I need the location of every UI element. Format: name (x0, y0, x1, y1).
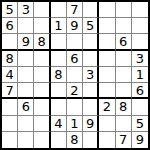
cell-r3c9[interactable] (132, 34, 148, 50)
cell-r4c2[interactable] (18, 51, 34, 67)
cell-r9c5[interactable]: 8 (67, 132, 83, 148)
cell-r3c5[interactable] (67, 34, 83, 50)
cell-r7c6[interactable] (83, 99, 99, 115)
cell-r6c6[interactable] (83, 83, 99, 99)
cell-r8c4[interactable]: 4 (51, 116, 67, 132)
cell-r7c2[interactable]: 6 (18, 99, 34, 115)
cell-r3c8[interactable]: 6 (116, 34, 132, 50)
cell-r3c4[interactable] (51, 34, 67, 50)
cell-r9c4[interactable] (51, 132, 67, 148)
cell-r6c2[interactable] (18, 83, 34, 99)
cell-r2c9[interactable] (132, 18, 148, 34)
cell-r6c8[interactable] (116, 83, 132, 99)
cell-r1c5[interactable]: 7 (67, 2, 83, 18)
cell-r2c3[interactable] (34, 18, 50, 34)
cell-r5c5[interactable] (67, 67, 83, 83)
cell-r8c8[interactable] (116, 116, 132, 132)
cell-r2c7[interactable] (99, 18, 115, 34)
cell-r1c4[interactable] (51, 2, 67, 18)
cell-r1c1[interactable]: 5 (2, 2, 18, 18)
cell-r4c3[interactable] (34, 51, 50, 67)
cell-r4c1[interactable]: 8 (2, 51, 18, 67)
cell-r4c6[interactable] (83, 51, 99, 67)
cell-r1c3[interactable] (34, 2, 50, 18)
cell-r8c9[interactable]: 5 (132, 116, 148, 132)
cell-r4c8[interactable] (116, 51, 132, 67)
cell-r9c2[interactable] (18, 132, 34, 148)
cell-r2c4[interactable]: 1 (51, 18, 67, 34)
cell-r7c9[interactable] (132, 99, 148, 115)
cell-r4c4[interactable] (51, 51, 67, 67)
cell-r4c9[interactable]: 3 (132, 51, 148, 67)
cell-r7c8[interactable]: 8 (116, 99, 132, 115)
cell-r9c9[interactable]: 9 (132, 132, 148, 148)
cell-r3c3[interactable]: 8 (34, 34, 50, 50)
cell-r7c5[interactable] (67, 99, 83, 115)
cell-r1c6[interactable] (83, 2, 99, 18)
cell-r1c7[interactable] (99, 2, 115, 18)
cell-r1c2[interactable]: 3 (18, 2, 34, 18)
cell-r3c2[interactable]: 9 (18, 34, 34, 50)
cell-r3c7[interactable] (99, 34, 115, 50)
sudoku-board: 537619598686348317266284195879 (0, 0, 150, 150)
cell-r5c2[interactable] (18, 67, 34, 83)
cell-r1c8[interactable] (116, 2, 132, 18)
cell-r2c5[interactable]: 9 (67, 18, 83, 34)
cell-r5c6[interactable]: 3 (83, 67, 99, 83)
cell-r6c3[interactable] (34, 83, 50, 99)
cell-r9c8[interactable]: 7 (116, 132, 132, 148)
cell-r8c6[interactable]: 9 (83, 116, 99, 132)
cell-r6c5[interactable]: 2 (67, 83, 83, 99)
cell-r7c7[interactable]: 2 (99, 99, 115, 115)
cell-r5c7[interactable] (99, 67, 115, 83)
cell-r6c1[interactable]: 7 (2, 83, 18, 99)
cell-r2c8[interactable] (116, 18, 132, 34)
cell-r7c4[interactable] (51, 99, 67, 115)
cell-r1c9[interactable] (132, 2, 148, 18)
cell-r9c6[interactable] (83, 132, 99, 148)
cell-r8c1[interactable] (2, 116, 18, 132)
cell-r3c6[interactable] (83, 34, 99, 50)
cell-r7c1[interactable] (2, 99, 18, 115)
cell-r5c9[interactable]: 1 (132, 67, 148, 83)
cell-r5c1[interactable]: 4 (2, 67, 18, 83)
cell-r9c3[interactable] (34, 132, 50, 148)
cell-r8c2[interactable] (18, 116, 34, 132)
cell-r2c2[interactable] (18, 18, 34, 34)
cell-r8c7[interactable] (99, 116, 115, 132)
cell-r5c4[interactable]: 8 (51, 67, 67, 83)
cell-r7c3[interactable] (34, 99, 50, 115)
cell-r5c3[interactable] (34, 67, 50, 83)
cell-r3c1[interactable] (2, 34, 18, 50)
cell-r9c7[interactable] (99, 132, 115, 148)
cell-r9c1[interactable] (2, 132, 18, 148)
cell-r2c1[interactable]: 6 (2, 18, 18, 34)
cell-r8c3[interactable] (34, 116, 50, 132)
cell-r4c7[interactable] (99, 51, 115, 67)
cell-r2c6[interactable]: 5 (83, 18, 99, 34)
cell-r6c9[interactable]: 6 (132, 83, 148, 99)
cell-r8c5[interactable]: 1 (67, 116, 83, 132)
cell-r5c8[interactable] (116, 67, 132, 83)
cell-r4c5[interactable]: 6 (67, 51, 83, 67)
cell-r6c7[interactable] (99, 83, 115, 99)
cell-r6c4[interactable] (51, 83, 67, 99)
